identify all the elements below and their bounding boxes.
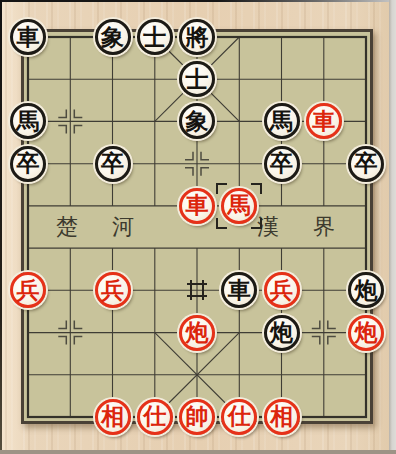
- black-soldier-piece[interactable]: 卒: [95, 146, 131, 182]
- red-chariot-piece[interactable]: 車: [179, 188, 215, 224]
- red-elephant-piece[interactable]: 相: [264, 399, 300, 435]
- black-general-piece[interactable]: 將: [179, 19, 215, 55]
- red-chariot-piece[interactable]: 車: [306, 103, 342, 139]
- red-elephant-piece[interactable]: 相: [95, 399, 131, 435]
- red-cannon-piece[interactable]: 炮: [348, 315, 384, 351]
- screen-edge-right: [389, 0, 396, 454]
- screen-edge-top: [0, 0, 396, 2]
- black-horse-piece[interactable]: 馬: [264, 103, 300, 139]
- screen-edge-bottom: [0, 450, 396, 454]
- red-soldier-piece[interactable]: 兵: [264, 272, 300, 308]
- red-general-piece[interactable]: 帥: [179, 399, 215, 435]
- xiangqi-app-screen: 楚 河 漢 界 車象士將士馬象馬車卒卒卒卒車馬兵兵車兵炮炮炮炮相仕帥仕相: [0, 0, 396, 454]
- black-cannon-piece[interactable]: 炮: [264, 315, 300, 351]
- black-soldier-piece[interactable]: 卒: [10, 146, 46, 182]
- black-elephant-piece[interactable]: 象: [95, 19, 131, 55]
- black-advisor-piece[interactable]: 士: [137, 19, 173, 55]
- river-label-jie: 界: [313, 212, 335, 242]
- black-soldier-piece[interactable]: 卒: [348, 146, 384, 182]
- black-chariot-piece[interactable]: 車: [10, 19, 46, 55]
- black-advisor-piece[interactable]: 士: [179, 61, 215, 97]
- screen-edge-left: [0, 0, 2, 454]
- red-advisor-piece[interactable]: 仕: [221, 399, 257, 435]
- red-advisor-piece[interactable]: 仕: [137, 399, 173, 435]
- red-cannon-piece[interactable]: 炮: [179, 315, 215, 351]
- red-soldier-piece[interactable]: 兵: [95, 272, 131, 308]
- red-horse-piece[interactable]: 馬: [221, 188, 257, 224]
- river-label-chu: 楚: [56, 212, 78, 242]
- last-move-from-marker: [187, 280, 207, 300]
- river-label-he: 河: [112, 212, 134, 242]
- black-soldier-piece[interactable]: 卒: [264, 146, 300, 182]
